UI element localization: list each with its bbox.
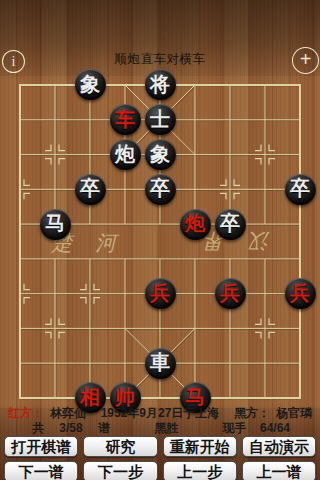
piece-disc: 将	[145, 69, 176, 100]
next-book-button[interactable]: 下一谱	[4, 461, 78, 480]
count-suffix: 谱	[98, 421, 110, 435]
auto-demo-button[interactable]: 自动演示	[242, 436, 316, 457]
prev-book-button[interactable]: 上一谱	[242, 461, 316, 480]
restart-button[interactable]: 重新开始	[163, 436, 237, 457]
control-buttons: 打开棋谱研究重新开始自动演示下一谱下一步上一步上一谱	[0, 436, 320, 480]
piece-disc: 炮	[110, 139, 141, 170]
piece-red-cannon[interactable]: 炮	[178, 207, 213, 242]
page-title: 顺炮直车对横车	[0, 51, 320, 68]
piece-disc: 士	[145, 104, 176, 135]
pieces-layer: 象将车士炮象卒卒卒马炮卒兵兵兵車相帅马	[3, 68, 318, 416]
piece-disc: 象	[145, 139, 176, 170]
piece-disc: 卒	[215, 209, 246, 240]
piece-black-horse[interactable]: 马	[38, 207, 73, 242]
piece-disc: 車	[145, 348, 176, 379]
piece-disc: 卒	[75, 174, 106, 205]
plus-icon: +	[300, 48, 312, 71]
add-button[interactable]: +	[292, 47, 319, 74]
players-line: 红方： 林弈仙 1952年9月27日于上海 黑方： 杨官璘	[0, 406, 320, 421]
piece-disc: 马	[40, 209, 71, 240]
next-move-button[interactable]: 下一步	[83, 461, 157, 480]
piece-black-soldier[interactable]: 卒	[143, 172, 178, 207]
piece-black-soldier[interactable]: 卒	[73, 172, 108, 207]
piece-disc: 卒	[145, 174, 176, 205]
count-label: 共	[32, 421, 44, 435]
status-line: 共 3/58 谱 黑胜 现手 64/64	[0, 421, 320, 436]
piece-red-soldier[interactable]: 兵	[283, 276, 318, 311]
piece-red-soldier[interactable]: 兵	[143, 276, 178, 311]
piece-disc: 车	[110, 104, 141, 135]
research-button[interactable]: 研究	[83, 436, 157, 457]
piece-black-advisor[interactable]: 士	[143, 102, 178, 137]
piece-disc: 兵	[285, 278, 316, 309]
piece-disc: 卒	[285, 174, 316, 205]
xiangqi-app-screen: 楚 河汉 界 象将车士炮象卒卒卒马炮卒兵兵兵車相帅马 i 顺炮直车对横车 + 红…	[0, 0, 320, 480]
result-text: 黑胜	[154, 420, 178, 437]
piece-disc: 象	[75, 69, 106, 100]
count-value: 3/58	[59, 421, 82, 435]
piece-red-chariot[interactable]: 车	[108, 102, 143, 137]
piece-disc: 兵	[215, 278, 246, 309]
piece-black-soldier[interactable]: 卒	[213, 207, 248, 242]
piece-black-general[interactable]: 将	[143, 68, 178, 103]
piece-black-chariot[interactable]: 車	[143, 346, 178, 381]
piece-black-cannon[interactable]: 炮	[108, 137, 143, 172]
piece-disc: 炮	[180, 209, 211, 240]
piece-disc: 兵	[145, 278, 176, 309]
prev-move-button[interactable]: 上一步	[163, 461, 237, 480]
open-book-button[interactable]: 打开棋谱	[4, 436, 78, 457]
piece-black-soldier[interactable]: 卒	[283, 172, 318, 207]
piece-black-elephant[interactable]: 象	[143, 137, 178, 172]
piece-black-elephant[interactable]: 象	[73, 68, 108, 103]
piece-red-soldier[interactable]: 兵	[213, 276, 248, 311]
move-value: 64/64	[260, 421, 290, 435]
move-label: 现手	[223, 421, 247, 435]
